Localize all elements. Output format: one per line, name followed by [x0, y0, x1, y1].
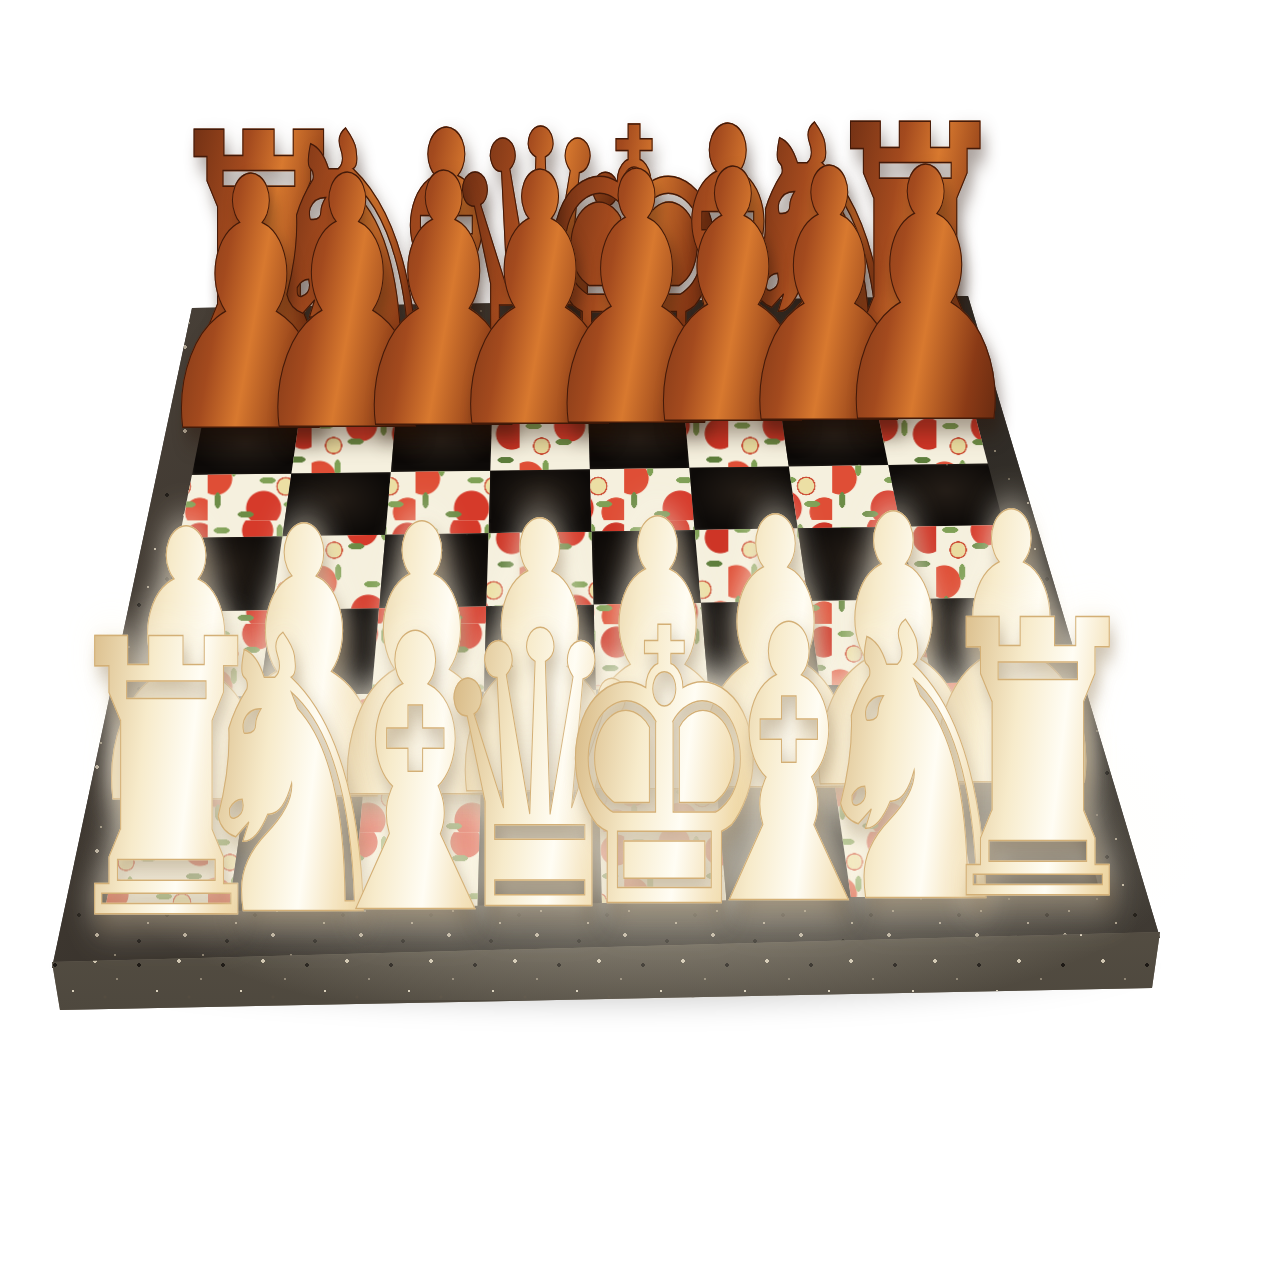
- piece-brown-pawn-h7[interactable]: ♟: [822, 124, 1030, 472]
- chess-set-photo: ♜♞♝♛♚♝♞♜♟♟♟♟♟♟♟♟♟♟♟♟♟♟♟♟♜♞♝♛♚♝♞♜: [0, 0, 1280, 1280]
- piece-white-rook-h1[interactable]: ♜: [924, 572, 1152, 953]
- pieces-layer: ♜♞♝♛♚♝♞♜♟♟♟♟♟♟♟♟♟♟♟♟♟♟♟♟♜♞♝♛♚♝♞♜: [0, 0, 1280, 1280]
